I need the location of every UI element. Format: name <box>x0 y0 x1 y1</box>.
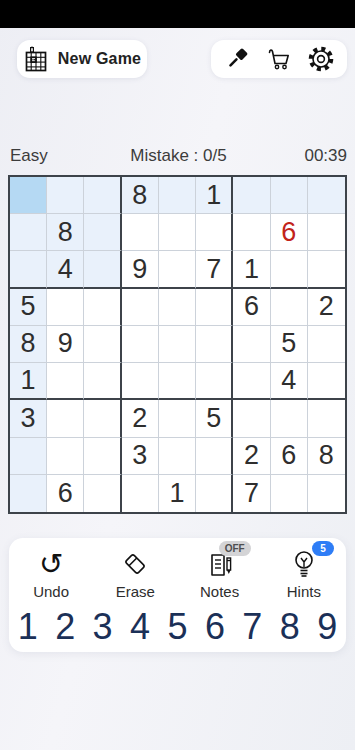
grid-cell-r8c0[interactable] <box>10 475 47 512</box>
grid-cell-r2c6[interactable]: 1 <box>233 251 270 288</box>
grid-cell-r8c5[interactable] <box>196 475 233 512</box>
numpad-9[interactable]: 9 <box>309 605 346 649</box>
grid-cell-r7c5[interactable] <box>196 438 233 475</box>
notes-off-badge: OFF <box>219 541 251 556</box>
grid-cell-r5c3[interactable] <box>122 363 159 400</box>
grid-cell-r4c3[interactable] <box>122 326 159 363</box>
grid-cell-r0c1[interactable] <box>47 177 84 214</box>
grid-cell-r3c7[interactable] <box>271 289 308 326</box>
grid-cell-r8c2[interactable] <box>84 475 121 512</box>
grid-cell-r5c1[interactable] <box>47 363 84 400</box>
grid-cell-r7c8[interactable]: 8 <box>308 438 345 475</box>
shop-cart-button[interactable] <box>263 43 295 75</box>
grid-cell-r4c5[interactable] <box>196 326 233 363</box>
numpad: 123456789 <box>9 605 346 649</box>
grid-cell-r2c2[interactable] <box>84 251 121 288</box>
numpad-6[interactable]: 6 <box>196 605 233 649</box>
grid-cell-r5c5[interactable] <box>196 363 233 400</box>
status-bar <box>0 0 355 28</box>
undo-label: Undo <box>33 583 69 600</box>
hints-button[interactable]: 5 Hints <box>262 548 346 600</box>
new-game-grid-icon <box>23 46 50 73</box>
grid-cell-r1c6[interactable] <box>233 214 270 251</box>
grid-cell-r2c7[interactable] <box>271 251 308 288</box>
undo-button[interactable]: ↺ Undo <box>9 548 93 600</box>
mistake-counter: Mistake : 0/5 <box>10 146 347 166</box>
numpad-8[interactable]: 8 <box>271 605 308 649</box>
grid-cell-r0c0[interactable] <box>10 177 47 214</box>
grid-cell-r7c1[interactable] <box>47 438 84 475</box>
grid-cell-r6c1[interactable] <box>47 400 84 437</box>
brush-icon <box>224 46 250 72</box>
erase-button[interactable]: Erase <box>93 548 177 600</box>
grid-cell-r4c7[interactable]: 5 <box>271 326 308 363</box>
grid-cell-r0c2[interactable] <box>84 177 121 214</box>
grid-cell-r3c1[interactable] <box>47 289 84 326</box>
grid-cell-r0c3[interactable]: 8 <box>122 177 159 214</box>
numpad-7[interactable]: 7 <box>234 605 271 649</box>
grid-cell-r6c0[interactable]: 3 <box>10 400 47 437</box>
grid-cell-r1c7[interactable]: 6 <box>271 214 308 251</box>
grid-cell-r1c4[interactable] <box>159 214 196 251</box>
gear-icon <box>308 46 334 72</box>
grid-cell-r5c7[interactable]: 4 <box>271 363 308 400</box>
grid-cell-r4c2[interactable] <box>84 326 121 363</box>
grid-cell-r8c6[interactable]: 7 <box>233 475 270 512</box>
grid-cell-r7c6[interactable]: 2 <box>233 438 270 475</box>
hints-count-badge: 5 <box>312 541 334 556</box>
grid-cell-r0c8[interactable] <box>308 177 345 214</box>
grid-cell-r1c0[interactable] <box>10 214 47 251</box>
grid-cell-r1c1[interactable]: 8 <box>47 214 84 251</box>
theme-brush-button[interactable] <box>221 43 253 75</box>
grid-cell-r2c4[interactable] <box>159 251 196 288</box>
notes-label: Notes <box>200 583 239 600</box>
numpad-4[interactable]: 4 <box>121 605 158 649</box>
grid-cell-r0c4[interactable] <box>159 177 196 214</box>
grid-cell-r8c1[interactable]: 6 <box>47 475 84 512</box>
control-panel: ↺ Undo Erase <box>9 538 346 652</box>
undo-icon: ↺ <box>39 549 63 579</box>
numpad-3[interactable]: 3 <box>84 605 121 649</box>
grid-cell-r2c8[interactable] <box>308 251 345 288</box>
grid-cell-r4c6[interactable] <box>233 326 270 363</box>
grid-cell-r3c4[interactable] <box>159 289 196 326</box>
grid-cell-r3c5[interactable] <box>196 289 233 326</box>
tools-row: ↺ Undo Erase <box>9 538 346 600</box>
settings-button[interactable] <box>305 43 337 75</box>
grid-cell-r8c4[interactable]: 1 <box>159 475 196 512</box>
grid-cell-r1c2[interactable] <box>84 214 121 251</box>
grid-cell-r1c8[interactable] <box>308 214 345 251</box>
grid-cell-r7c2[interactable] <box>84 438 121 475</box>
grid-cell-r2c5[interactable]: 7 <box>196 251 233 288</box>
grid-cell-r5c8[interactable] <box>308 363 345 400</box>
grid-cell-r1c5[interactable] <box>196 214 233 251</box>
grid-cell-r6c2[interactable] <box>84 400 121 437</box>
grid-cell-r0c5[interactable]: 1 <box>196 177 233 214</box>
grid-cell-r3c0[interactable]: 5 <box>10 289 47 326</box>
sudoku-grid: 81864971562895143253268617 <box>8 175 347 514</box>
numpad-5[interactable]: 5 <box>159 605 196 649</box>
grid-cell-r8c8[interactable] <box>308 475 345 512</box>
grid-cell-r0c6[interactable] <box>233 177 270 214</box>
grid-cell-r6c7[interactable] <box>271 400 308 437</box>
grid-cell-r3c2[interactable] <box>84 289 121 326</box>
grid-cell-r6c4[interactable] <box>159 400 196 437</box>
grid-cell-r1c3[interactable] <box>122 214 159 251</box>
notes-button[interactable]: OFF Notes <box>178 548 262 600</box>
timer: 00:39 <box>304 146 347 166</box>
header-icon-group <box>211 40 347 78</box>
grid-cell-r5c4[interactable] <box>159 363 196 400</box>
grid-cell-r3c6[interactable]: 6 <box>233 289 270 326</box>
grid-cell-r3c3[interactable] <box>122 289 159 326</box>
grid-cell-r5c2[interactable] <box>84 363 121 400</box>
grid-cell-r2c0[interactable] <box>10 251 47 288</box>
grid-cell-r7c4[interactable] <box>159 438 196 475</box>
new-game-button[interactable]: New Game <box>17 40 147 78</box>
grid-cell-r6c5[interactable]: 5 <box>196 400 233 437</box>
grid-cell-r3c8[interactable]: 2 <box>308 289 345 326</box>
grid-cell-r7c7[interactable]: 6 <box>271 438 308 475</box>
grid-cell-r2c3[interactable]: 9 <box>122 251 159 288</box>
grid-cell-r7c0[interactable] <box>10 438 47 475</box>
grid-cell-r4c0[interactable]: 8 <box>10 326 47 363</box>
grid-cell-r0c7[interactable] <box>271 177 308 214</box>
grid-cell-r8c3[interactable] <box>122 475 159 512</box>
grid-cell-r4c4[interactable] <box>159 326 196 363</box>
numpad-1[interactable]: 1 <box>9 605 46 649</box>
new-game-label: New Game <box>58 50 141 68</box>
grid-cell-r2c1[interactable]: 4 <box>47 251 84 288</box>
grid-cell-r5c0[interactable]: 1 <box>10 363 47 400</box>
numpad-2[interactable]: 2 <box>46 605 83 649</box>
grid-cell-r6c6[interactable] <box>233 400 270 437</box>
grid-cell-r7c3[interactable]: 3 <box>122 438 159 475</box>
grid-cell-r6c3[interactable]: 2 <box>122 400 159 437</box>
erase-label: Erase <box>116 583 155 600</box>
grid-cell-r4c8[interactable] <box>308 326 345 363</box>
grid-cell-r6c8[interactable] <box>308 400 345 437</box>
grid-cell-r8c7[interactable] <box>271 475 308 512</box>
grid-cell-r4c1[interactable]: 9 <box>47 326 84 363</box>
eraser-icon <box>121 550 149 578</box>
grid-cell-r5c6[interactable] <box>233 363 270 400</box>
cart-icon <box>265 46 293 72</box>
hints-label: Hints <box>287 583 321 600</box>
game-info-bar: Easy Mistake : 0/5 00:39 <box>10 143 347 169</box>
